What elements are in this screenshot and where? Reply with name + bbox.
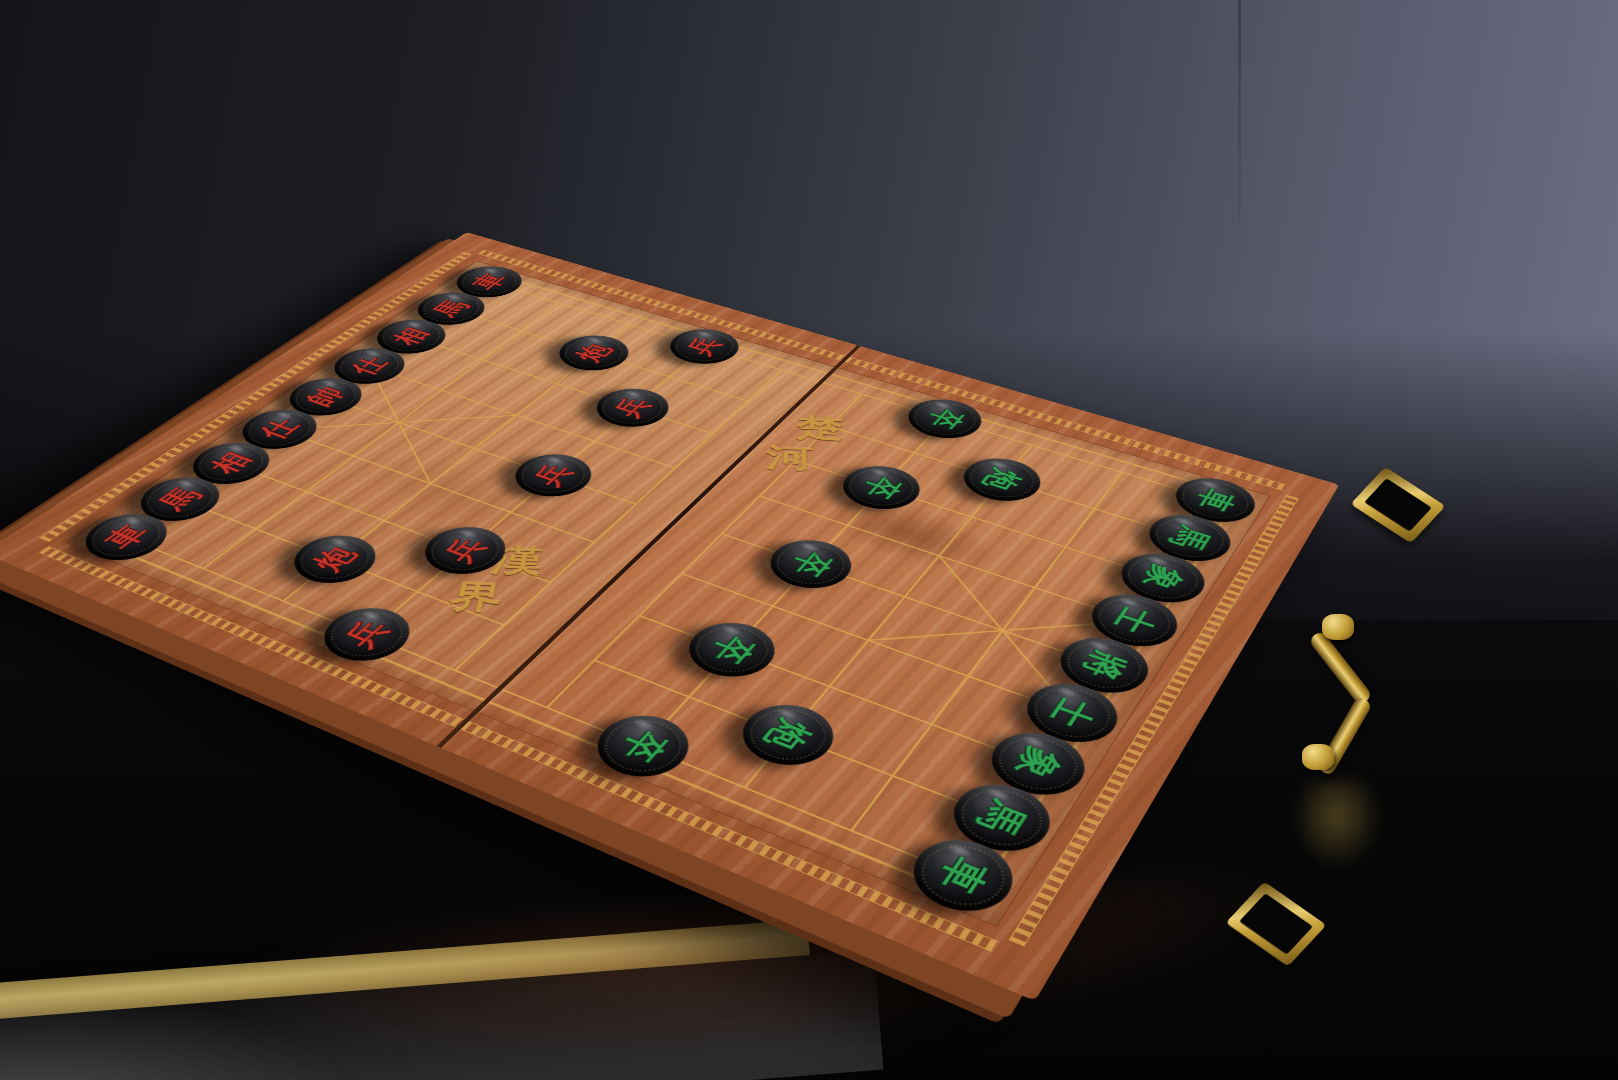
handle-knob: [1302, 744, 1334, 770]
wall-seam: [1238, 0, 1241, 260]
piece-character: 士: [1013, 674, 1130, 754]
piece-character: 象: [1110, 545, 1216, 612]
piece-character: 炮: [727, 694, 849, 776]
piece-character: 卒: [673, 613, 789, 686]
photo-stage: 楚河 漢界 車馬相仕帥仕相馬車炮炮兵兵兵兵兵卒卒卒卒卒炮炮車馬象士將士象馬車: [0, 0, 1618, 1080]
piece-character: 將: [1047, 628, 1160, 703]
xiangqi-board: 楚河 漢界 車馬相仕帥仕相馬車炮炮兵兵兵兵兵卒卒卒卒卒炮炮車馬象士將士象馬車: [0, 232, 1339, 1001]
xiangqi-piece[interactable]: 炮: [278, 527, 392, 592]
river-character: 河: [765, 440, 814, 477]
piece-character: 卒: [756, 532, 865, 598]
xiangqi-piece[interactable]: 卒: [673, 613, 789, 686]
xiangqi-piece[interactable]: 士: [1013, 674, 1130, 754]
board-scene: 楚河 漢界 車馬相仕帥仕相馬車炮炮兵兵兵兵兵卒卒卒卒卒炮炮車馬象士將士象馬車: [128, 118, 1228, 918]
brass-folding-handle[interactable]: [1278, 598, 1428, 788]
xiangqi-piece[interactable]: 將: [1047, 628, 1160, 703]
piece-character: 炮: [278, 527, 392, 592]
handle-knob: [1322, 614, 1354, 640]
handle-bar: [1308, 630, 1373, 707]
xiangqi-piece[interactable]: 士: [1079, 585, 1188, 656]
xiangqi-piece[interactable]: 炮: [727, 694, 849, 776]
xiangqi-piece[interactable]: 兵: [409, 519, 521, 583]
piece-character: 兵: [409, 519, 521, 583]
piece-character: 士: [1079, 585, 1188, 656]
handle-reflection: [1292, 780, 1382, 870]
xiangqi-piece[interactable]: 卒: [756, 532, 865, 598]
xiangqi-piece[interactable]: 象: [1110, 545, 1216, 612]
